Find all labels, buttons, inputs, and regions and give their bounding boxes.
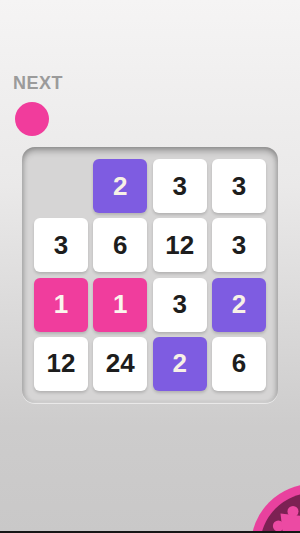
tile-value: 3: [172, 289, 186, 320]
tile-value: 6: [113, 230, 127, 261]
next-label: NEXT: [13, 73, 63, 94]
game-screen: NEXT 2 3 3 3 6 12 3 1 1 3 2 12 24 2 6: [0, 0, 300, 533]
tile-r1c1[interactable]: [34, 159, 88, 213]
tile-value: 1: [113, 289, 127, 320]
tile-r3c4[interactable]: 2: [212, 278, 266, 332]
tile-r3c2[interactable]: 1: [93, 278, 147, 332]
tile-value: 2: [113, 171, 127, 202]
game-board[interactable]: 2 3 3 3 6 12 3 1 1 3 2 12 24 2 6: [22, 147, 278, 403]
tile-value: 3: [172, 171, 186, 202]
tile-value: 2: [172, 348, 186, 379]
tile-value: 6: [232, 348, 246, 379]
tile-value: 3: [232, 230, 246, 261]
tile-r2c2[interactable]: 6: [93, 218, 147, 272]
tile-r4c2[interactable]: 24: [93, 337, 147, 391]
tile-r2c1[interactable]: 3: [34, 218, 88, 272]
tile-value: 3: [232, 171, 246, 202]
tile-value: 1: [54, 289, 68, 320]
tile-value: 3: [54, 230, 68, 261]
tile-r1c4[interactable]: 3: [212, 159, 266, 213]
tile-r4c1[interactable]: 12: [34, 337, 88, 391]
tile-r4c4[interactable]: 6: [212, 337, 266, 391]
next-tile-indicator: [15, 102, 49, 136]
tile-value: 2: [232, 289, 246, 320]
arrow-up-left-icon: [251, 484, 300, 533]
tile-r2c4[interactable]: 3: [212, 218, 266, 272]
tile-r3c1[interactable]: 1: [34, 278, 88, 332]
tile-r1c3[interactable]: 3: [153, 159, 207, 213]
tile-value: 12: [165, 230, 194, 261]
tile-r3c3[interactable]: 3: [153, 278, 207, 332]
undo-button[interactable]: [251, 484, 300, 533]
tile-value: 24: [106, 348, 135, 379]
tile-r2c3[interactable]: 12: [153, 218, 207, 272]
tile-r4c3[interactable]: 2: [153, 337, 207, 391]
tile-value: 12: [47, 348, 76, 379]
tile-r1c2[interactable]: 2: [93, 159, 147, 213]
